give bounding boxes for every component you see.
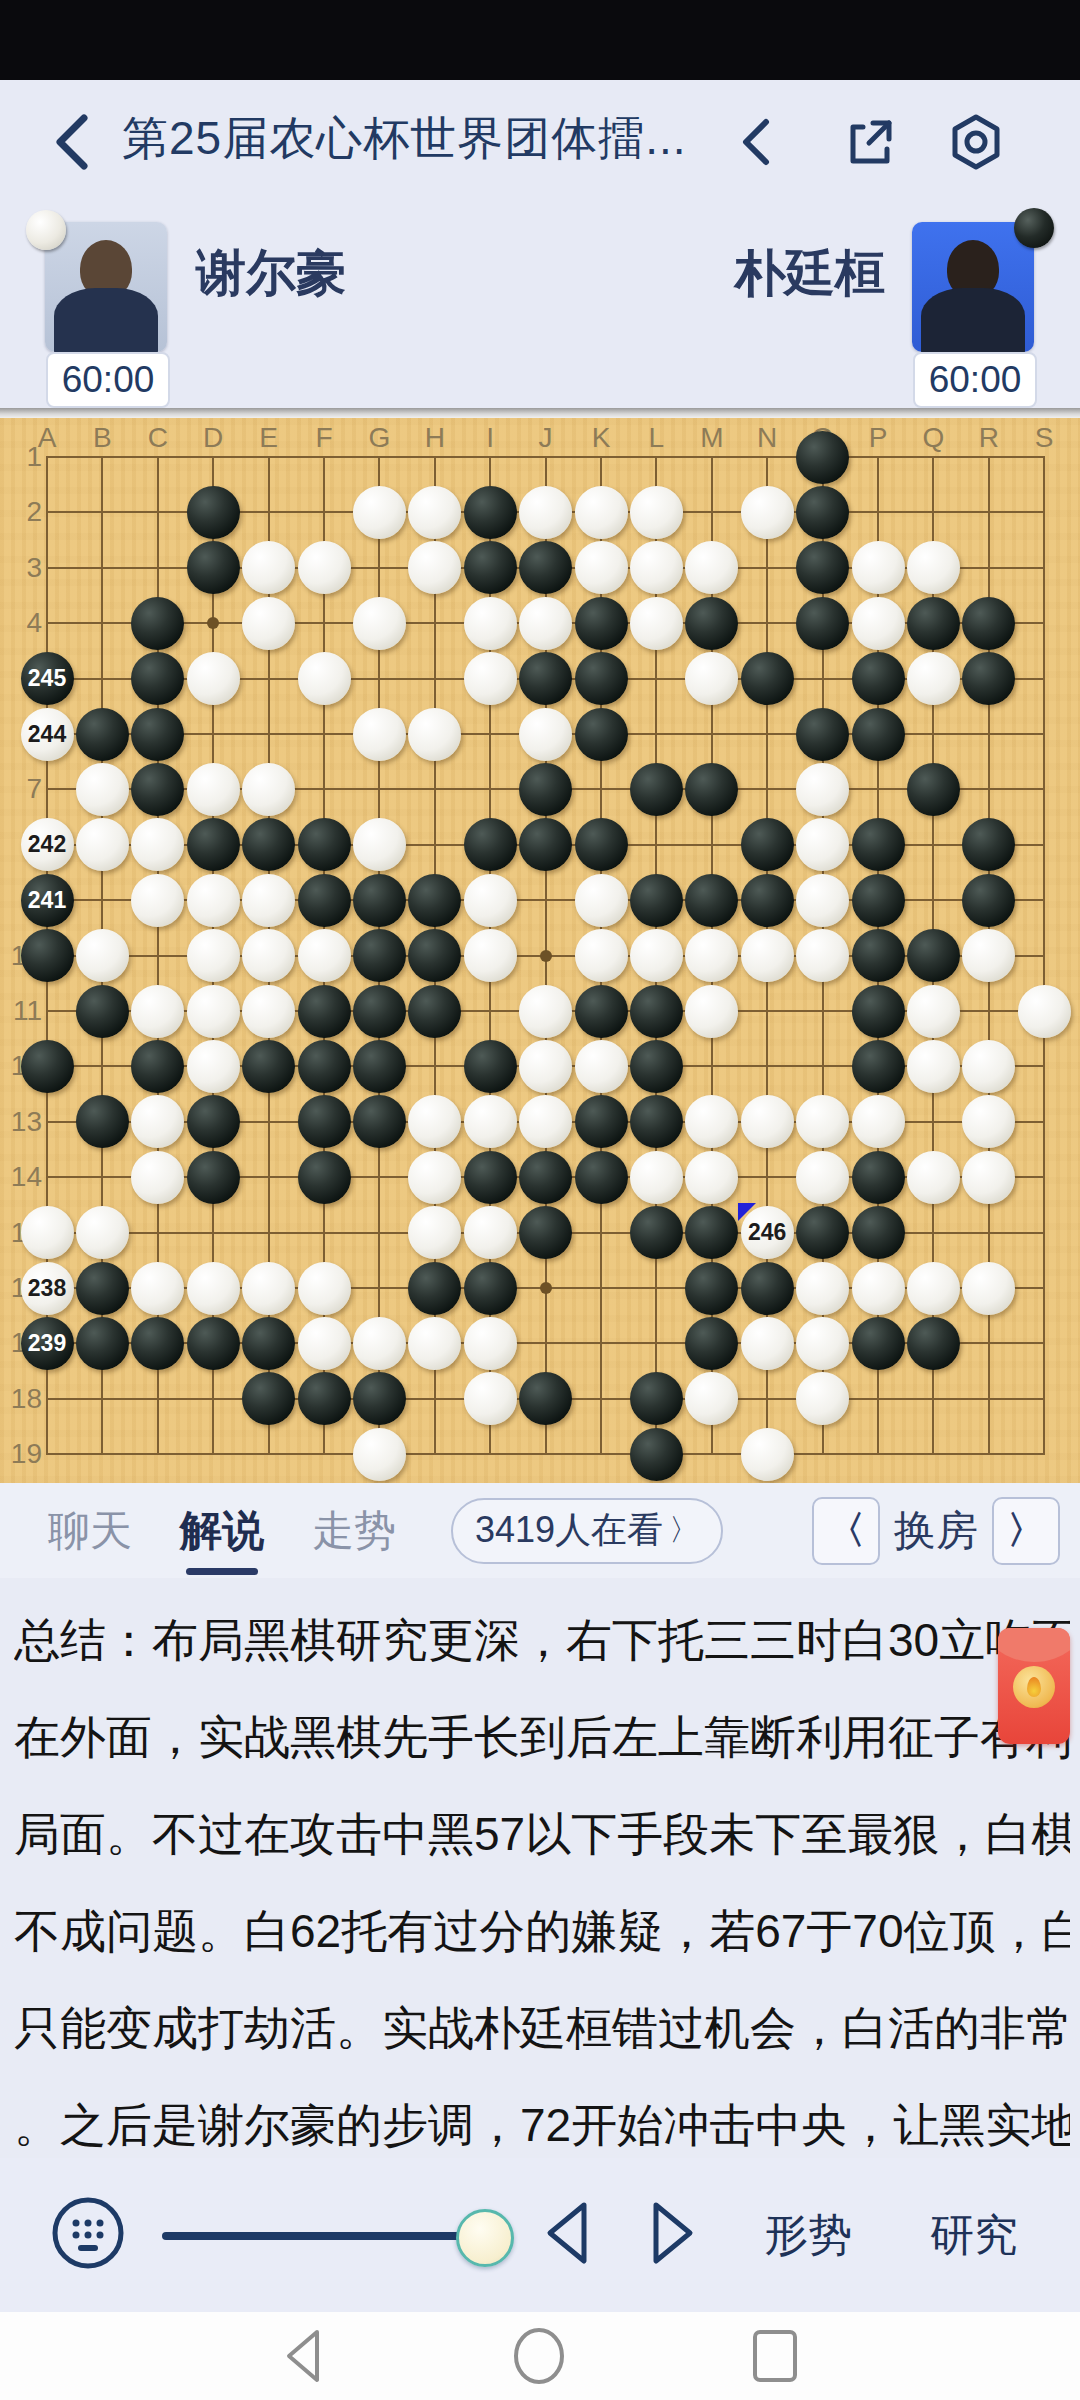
white-stone xyxy=(76,763,129,816)
white-stone xyxy=(131,1151,184,1204)
white-stone xyxy=(741,1317,794,1370)
black-stone xyxy=(907,763,960,816)
black-stone xyxy=(353,985,406,1038)
white-stone xyxy=(685,1372,738,1425)
black-stone xyxy=(242,1040,295,1093)
black-stone xyxy=(741,818,794,871)
black-stone xyxy=(796,431,849,484)
slider-knob[interactable] xyxy=(456,2209,514,2267)
white-stone xyxy=(408,708,461,761)
left-player-avatar[interactable] xyxy=(45,222,167,352)
column-label: L xyxy=(649,422,665,454)
white-stone xyxy=(298,1317,351,1370)
white-stone xyxy=(131,1262,184,1315)
white-stone xyxy=(741,1428,794,1481)
nav-recents-button[interactable] xyxy=(749,2326,801,2386)
white-stone xyxy=(464,1206,517,1259)
move-number-label: 246 xyxy=(748,1219,786,1246)
black-stone xyxy=(242,818,295,871)
move-slider[interactable] xyxy=(162,2205,502,2265)
white-stone xyxy=(962,1040,1015,1093)
white-stone xyxy=(575,486,628,539)
black-stone xyxy=(852,874,905,927)
white-stone xyxy=(353,1428,406,1481)
black-stone xyxy=(131,1040,184,1093)
black-stone xyxy=(962,818,1015,871)
black-stone xyxy=(741,1262,794,1315)
white-stone xyxy=(907,1262,960,1315)
white-stone xyxy=(685,929,738,982)
back-chevron-icon xyxy=(52,112,92,172)
black-stone: 245 xyxy=(21,652,74,705)
black-stone xyxy=(464,1040,517,1093)
black-stone xyxy=(298,1095,351,1148)
white-stone xyxy=(519,1095,572,1148)
app-header: 第25届农心杯世界团体擂... xyxy=(0,80,1080,206)
white-stone xyxy=(685,1151,738,1204)
black-stone xyxy=(187,486,240,539)
white-stone xyxy=(852,1262,905,1315)
settings-button[interactable] xyxy=(944,110,1008,174)
column-label: D xyxy=(203,422,223,454)
room-prev-button[interactable]: 〈 xyxy=(812,1497,880,1565)
white-stone xyxy=(242,763,295,816)
left-player-stone-white-icon xyxy=(26,210,66,250)
move-number-label: 239 xyxy=(28,1330,66,1357)
move-number-label: 242 xyxy=(28,831,66,858)
white-stone xyxy=(685,1095,738,1148)
black-stone xyxy=(685,1206,738,1259)
white-stone xyxy=(353,1317,406,1370)
black-stone xyxy=(796,708,849,761)
commentary-line: 不成问题。白62托有过分的嫌疑，若67于70位顶，白局部 xyxy=(14,1883,1070,1980)
white-stone xyxy=(852,597,905,650)
envelope-coin-icon xyxy=(1013,1666,1055,1708)
black-stone xyxy=(630,1206,683,1259)
column-label: R xyxy=(979,422,999,454)
black-stone xyxy=(187,1095,240,1148)
row-label: 14 xyxy=(2,1161,42,1193)
black-stone xyxy=(353,929,406,982)
white-stone xyxy=(242,929,295,982)
white-stone xyxy=(630,597,683,650)
black-stone xyxy=(187,1151,240,1204)
white-stone xyxy=(907,652,960,705)
white-stone xyxy=(464,652,517,705)
black-stone xyxy=(575,985,628,1038)
black-stone xyxy=(298,874,351,927)
black-stone xyxy=(741,652,794,705)
white-stone xyxy=(962,1095,1015,1148)
black-stone xyxy=(907,1317,960,1370)
black-stone xyxy=(21,929,74,982)
white-stone: 244 xyxy=(21,708,74,761)
white-stone xyxy=(796,1317,849,1370)
white-stone xyxy=(575,929,628,982)
black-stone xyxy=(575,652,628,705)
situation-button[interactable]: 形势 xyxy=(764,2206,852,2265)
black-stone xyxy=(131,652,184,705)
white-stone xyxy=(408,1206,461,1259)
column-label: P xyxy=(869,422,888,454)
white-stone xyxy=(408,486,461,539)
white-stone xyxy=(298,652,351,705)
white-stone xyxy=(242,874,295,927)
black-stone xyxy=(852,929,905,982)
commentary-line: 只能变成打劫活。实战朴廷桓错过机会，白活的非常舒服 xyxy=(14,1980,1070,2077)
black-stone xyxy=(131,708,184,761)
black-stone xyxy=(131,597,184,650)
row-label: 3 xyxy=(2,552,42,584)
nav-home-button[interactable] xyxy=(509,2326,569,2386)
black-stone xyxy=(187,541,240,594)
white-stone xyxy=(464,1317,517,1370)
black-stone xyxy=(131,1317,184,1370)
black-stone xyxy=(907,597,960,650)
column-label: K xyxy=(592,422,611,454)
move-number-label: 245 xyxy=(28,665,66,692)
white-stone xyxy=(796,763,849,816)
row-label: 1 xyxy=(2,441,42,473)
black-stone xyxy=(519,652,572,705)
white-stone xyxy=(630,541,683,594)
white-stone xyxy=(464,874,517,927)
black-stone xyxy=(187,1317,240,1370)
column-label: Q xyxy=(923,422,945,454)
column-label: G xyxy=(369,422,391,454)
white-stone xyxy=(298,1262,351,1315)
viewers-pill[interactable]: 3419人在看 〉 xyxy=(451,1498,723,1564)
white-stone xyxy=(519,985,572,1038)
white-stone xyxy=(464,1372,517,1425)
research-button[interactable]: 研究 xyxy=(930,2206,1018,2265)
commentary-line: 局面。不过在攻击中黑57以下手段未下至最狠，白棋活棋 xyxy=(14,1786,1070,1883)
black-stone xyxy=(21,1040,74,1093)
black-stone xyxy=(298,1372,351,1425)
white-stone xyxy=(575,874,628,927)
black-stone xyxy=(575,708,628,761)
white-stone xyxy=(353,708,406,761)
white-stone xyxy=(187,763,240,816)
white-stone xyxy=(907,1151,960,1204)
next-triangle-icon xyxy=(640,2197,704,2269)
black-stone xyxy=(630,1040,683,1093)
black-stone xyxy=(519,763,572,816)
black-stone xyxy=(962,652,1015,705)
prev-move-button[interactable] xyxy=(536,2197,600,2273)
tab-trend[interactable]: 走势 xyxy=(312,1503,396,1559)
column-label: J xyxy=(539,422,553,454)
white-stone xyxy=(76,929,129,982)
black-stone xyxy=(298,1040,351,1093)
white-stone xyxy=(76,818,129,871)
last-move-marker xyxy=(738,1203,756,1221)
room-nav: 〈 换房 〉 xyxy=(812,1497,1060,1565)
white-stone xyxy=(796,929,849,982)
black-stone xyxy=(796,1206,849,1259)
column-label: E xyxy=(259,422,278,454)
tab-chat[interactable]: 聊天 xyxy=(48,1503,132,1559)
white-stone xyxy=(242,1262,295,1315)
white-stone xyxy=(796,1151,849,1204)
envelope-flap xyxy=(998,1628,1070,1662)
white-stone xyxy=(131,1095,184,1148)
black-stone xyxy=(298,818,351,871)
white-stone xyxy=(852,1095,905,1148)
white-stone xyxy=(1018,985,1071,1038)
left-player-name: 谢尔豪 xyxy=(196,240,346,307)
white-stone xyxy=(907,541,960,594)
column-label: I xyxy=(486,422,494,454)
white-stone: 242 xyxy=(21,818,74,871)
row-label: 13 xyxy=(2,1106,42,1138)
right-player-avatar[interactable] xyxy=(912,222,1034,352)
black-stone xyxy=(242,1372,295,1425)
white-stone xyxy=(519,486,572,539)
slider-track xyxy=(162,2232,482,2240)
white-stone xyxy=(131,874,184,927)
white-stone xyxy=(796,1372,849,1425)
white-stone xyxy=(575,541,628,594)
black-stone xyxy=(907,929,960,982)
white-stone xyxy=(464,597,517,650)
black-stone xyxy=(76,1095,129,1148)
prev-triangle-icon xyxy=(536,2197,600,2269)
black-stone xyxy=(353,874,406,927)
android-navbar xyxy=(0,2312,1080,2400)
black-stone xyxy=(852,708,905,761)
players-row: 谢尔豪 60:00 白胜 246 朴廷桓 1次60s ♛ 九段 60:00 xyxy=(0,206,1080,408)
black-stone xyxy=(741,874,794,927)
white-stone xyxy=(408,1095,461,1148)
black-stone xyxy=(575,1095,628,1148)
commentary-line: 在外面，实战黑棋先手长到后左上靠断利用征子有利打开 xyxy=(14,1689,1070,1786)
white-stone xyxy=(519,597,572,650)
black-stone xyxy=(575,597,628,650)
white-stone xyxy=(519,1040,572,1093)
black-stone xyxy=(298,1151,351,1204)
black-stone xyxy=(685,763,738,816)
white-stone xyxy=(962,929,1015,982)
chevron-right-icon: 〉 xyxy=(669,1510,699,1551)
black-stone xyxy=(630,1428,683,1481)
black-stone xyxy=(464,486,517,539)
nav-back-button[interactable] xyxy=(279,2326,329,2386)
go-board[interactable]: ABCDEFGHIJKLMNOPQRS123456789101112131415… xyxy=(0,418,1080,1483)
viewers-count: 3419人在看 xyxy=(475,1506,663,1555)
move-number-label: 241 xyxy=(28,887,66,914)
white-stone xyxy=(21,1206,74,1259)
black-stone xyxy=(76,1262,129,1315)
back-button[interactable] xyxy=(42,110,102,174)
white-stone xyxy=(907,985,960,1038)
white-stone xyxy=(76,1206,129,1259)
move-number-label: 244 xyxy=(28,721,66,748)
column-label: B xyxy=(93,422,112,454)
black-stone xyxy=(408,1262,461,1315)
black-stone xyxy=(131,763,184,816)
black-stone xyxy=(962,874,1015,927)
black-stone xyxy=(519,541,572,594)
white-stone xyxy=(519,708,572,761)
star-point xyxy=(540,950,552,962)
white-stone xyxy=(962,1262,1015,1315)
tabs-row: 聊天 解说 走势 3419人在看 〉 〈 换房 〉 xyxy=(0,1483,1080,1578)
settings-icon xyxy=(947,113,1005,171)
white-stone xyxy=(685,541,738,594)
white-stone xyxy=(796,1095,849,1148)
black-stone xyxy=(519,1206,572,1259)
white-stone xyxy=(408,541,461,594)
white-stone xyxy=(741,929,794,982)
right-player-stone-black-icon xyxy=(1014,208,1054,248)
black-stone xyxy=(242,1317,295,1370)
black-stone xyxy=(852,1317,905,1370)
white-stone xyxy=(630,929,683,982)
black-stone xyxy=(519,818,572,871)
column-label: M xyxy=(700,422,723,454)
star-point xyxy=(540,1282,552,1294)
tab-commentary[interactable]: 解说 xyxy=(180,1503,264,1559)
bottom-toolbar: 形势 研究 xyxy=(0,2158,1080,2312)
row-label: 11 xyxy=(2,995,42,1027)
column-label: N xyxy=(757,422,777,454)
white-stone xyxy=(408,1317,461,1370)
black-stone xyxy=(76,1317,129,1370)
white-stone xyxy=(796,874,849,927)
next-move-button[interactable] xyxy=(640,2197,704,2273)
white-stone xyxy=(575,1040,628,1093)
white-stone xyxy=(852,541,905,594)
black-stone xyxy=(852,818,905,871)
prev-game-button[interactable] xyxy=(728,114,784,170)
white-stone xyxy=(962,1151,1015,1204)
divider-bar xyxy=(0,408,1080,418)
white-stone xyxy=(187,652,240,705)
white-stone xyxy=(907,1040,960,1093)
black-stone xyxy=(408,929,461,982)
white-stone xyxy=(353,597,406,650)
black-stone: 239 xyxy=(21,1317,74,1370)
white-stone xyxy=(464,1095,517,1148)
black-stone xyxy=(852,985,905,1038)
black-stone xyxy=(685,874,738,927)
black-stone xyxy=(852,652,905,705)
commentary-panel: 总结：布局黑棋研究更深，右下托三三时白30立吃不如补 在外面，实战黑棋先手长到后… xyxy=(0,1578,1080,2158)
white-stone xyxy=(298,929,351,982)
black-stone xyxy=(464,818,517,871)
white-stone: 246 xyxy=(741,1206,794,1259)
white-stone xyxy=(298,541,351,594)
white-stone xyxy=(353,486,406,539)
black-stone xyxy=(298,985,351,1038)
keyboard-icon xyxy=(50,2195,126,2271)
right-avatar-suit xyxy=(921,288,1025,352)
white-stone xyxy=(630,486,683,539)
row-label: 4 xyxy=(2,607,42,639)
white-stone xyxy=(685,652,738,705)
share-icon xyxy=(843,115,897,169)
white-stone xyxy=(187,874,240,927)
black-stone xyxy=(630,1095,683,1148)
black-stone xyxy=(408,985,461,1038)
black-stone xyxy=(852,1040,905,1093)
black-stone xyxy=(187,818,240,871)
white-stone xyxy=(242,985,295,1038)
room-next-button[interactable]: 〉 xyxy=(992,1497,1060,1565)
black-stone xyxy=(796,597,849,650)
white-stone: 238 xyxy=(21,1262,74,1315)
white-stone xyxy=(242,597,295,650)
keyboard-button[interactable] xyxy=(50,2195,126,2275)
red-envelope-button[interactable] xyxy=(998,1628,1070,1744)
black-stone xyxy=(630,874,683,927)
black-stone xyxy=(76,708,129,761)
row-label: 18 xyxy=(2,1383,42,1415)
black-stone xyxy=(852,1206,905,1259)
white-stone xyxy=(353,818,406,871)
white-stone xyxy=(630,1151,683,1204)
black-stone xyxy=(464,1262,517,1315)
status-bar xyxy=(0,0,1080,80)
grid-line-v xyxy=(1043,456,1045,1455)
black-stone xyxy=(519,1372,572,1425)
right-player-name: 朴廷桓 xyxy=(700,240,885,307)
black-stone xyxy=(353,1040,406,1093)
black-stone xyxy=(575,818,628,871)
white-stone xyxy=(741,1095,794,1148)
black-stone xyxy=(630,763,683,816)
black-stone: 241 xyxy=(21,874,74,927)
black-stone xyxy=(685,597,738,650)
black-stone xyxy=(464,541,517,594)
white-stone xyxy=(685,985,738,1038)
black-stone xyxy=(519,1151,572,1204)
room-label: 换房 xyxy=(894,1503,978,1559)
right-player-timer: 60:00 xyxy=(913,352,1037,408)
left-avatar-suit xyxy=(54,288,158,352)
left-player-timer: 60:00 xyxy=(46,352,170,408)
white-stone xyxy=(187,1262,240,1315)
black-stone xyxy=(575,1151,628,1204)
black-stone xyxy=(353,1372,406,1425)
white-stone xyxy=(131,818,184,871)
row-label: 19 xyxy=(2,1438,42,1470)
black-stone xyxy=(353,1095,406,1148)
white-stone xyxy=(408,1151,461,1204)
column-label: S xyxy=(1035,422,1054,454)
black-stone xyxy=(408,874,461,927)
white-stone xyxy=(131,985,184,1038)
black-stone xyxy=(685,1262,738,1315)
page-title: 第25届农心杯世界团体擂... xyxy=(122,108,687,170)
white-stone xyxy=(741,486,794,539)
black-stone xyxy=(796,486,849,539)
column-label: F xyxy=(315,422,332,454)
black-stone xyxy=(464,1151,517,1204)
black-stone xyxy=(685,1317,738,1370)
black-stone xyxy=(76,985,129,1038)
chevron-left-icon xyxy=(740,117,772,167)
column-label: C xyxy=(148,422,168,454)
white-stone xyxy=(242,541,295,594)
row-label: 2 xyxy=(2,496,42,528)
white-stone xyxy=(187,929,240,982)
white-stone xyxy=(464,929,517,982)
black-stone xyxy=(852,1151,905,1204)
white-stone xyxy=(187,1040,240,1093)
share-button[interactable] xyxy=(838,110,902,174)
